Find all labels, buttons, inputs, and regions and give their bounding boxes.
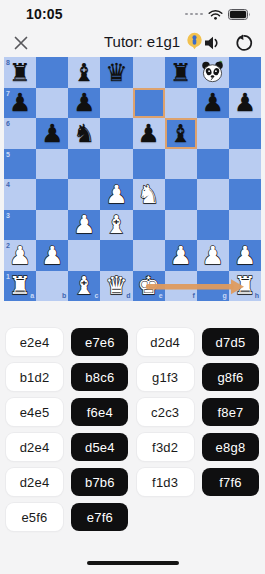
move-button-20-f7f6[interactable]: f7f6 (202, 468, 259, 496)
square-c8[interactable]: ♝ (68, 57, 100, 88)
black-pawn: ♟ (197, 88, 229, 119)
square-a2[interactable]: 2♟ (4, 240, 36, 271)
white-pawn: ♟ (229, 240, 261, 271)
square-f3[interactable] (165, 210, 197, 241)
black-bishop: ♝ (68, 57, 100, 88)
header: Tutor: e1g1 (0, 28, 265, 58)
square-c7[interactable]: ♟ (68, 88, 100, 119)
black-king-panda (197, 57, 229, 88)
square-d3[interactable]: ♝ (100, 210, 132, 241)
move-button-11-c2c3[interactable]: c2c3 (137, 398, 194, 426)
white-pawn: ♟ (36, 240, 68, 271)
square-h1[interactable]: h♜ (229, 271, 261, 302)
square-g4[interactable] (197, 179, 229, 210)
black-knight: ♞ (68, 118, 100, 149)
square-a6[interactable]: 6 (4, 118, 36, 149)
square-h2[interactable]: ♟ (229, 240, 261, 271)
rank-label-1: 1 (6, 273, 10, 280)
rank-label-2: 2 (6, 242, 10, 249)
square-c6[interactable]: ♞ (68, 118, 100, 149)
white-bishop: ♝ (100, 210, 132, 241)
black-pawn: ♟ (133, 118, 165, 149)
square-c4[interactable] (68, 179, 100, 210)
square-d8[interactable]: ♛ (100, 57, 132, 88)
square-h4[interactable] (229, 179, 261, 210)
square-b5[interactable] (36, 149, 68, 180)
square-a1[interactable]: 1a♜ (4, 271, 36, 302)
move-button-22-e7f6[interactable]: e7f6 (71, 503, 128, 531)
square-g8[interactable] (197, 57, 229, 88)
black-bishop: ♝ (165, 118, 197, 149)
black-queen: ♛ (100, 57, 132, 88)
square-a5[interactable]: 5 (4, 149, 36, 180)
square-a7[interactable]: 7♟ (4, 88, 36, 119)
file-label-d: d (126, 292, 130, 299)
move-button-17-d2e4[interactable]: d2e4 (6, 468, 63, 496)
speaker-icon[interactable] (203, 34, 221, 52)
tutor-move-title: Tutor: e1g1 (104, 33, 180, 50)
square-d4[interactable]: ♟ (100, 179, 132, 210)
square-c3[interactable]: ♟ (68, 210, 100, 241)
white-pawn: ♟ (197, 240, 229, 271)
square-b8[interactable] (36, 57, 68, 88)
square-b1[interactable]: b (36, 271, 68, 302)
square-g2[interactable]: ♟ (197, 240, 229, 271)
wifi-icon (208, 9, 223, 20)
square-c1[interactable]: c♝ (68, 271, 100, 302)
black-pawn: ♟ (36, 118, 68, 149)
move-button-5-b1d2[interactable]: b1d2 (6, 363, 63, 391)
rank-label-4: 4 (6, 181, 10, 188)
move-button-12-f8e7[interactable]: f8e7 (202, 398, 259, 426)
square-d7[interactable] (100, 88, 132, 119)
square-c5[interactable] (68, 149, 100, 180)
status-bar: 10:05 (0, 0, 265, 28)
square-e7[interactable] (133, 88, 165, 119)
square-h7[interactable]: ♟ (229, 88, 261, 119)
square-f5[interactable] (165, 149, 197, 180)
rank-label-8: 8 (6, 59, 10, 66)
move-button-8-g8f6[interactable]: g8f6 (202, 363, 259, 391)
rank-label-6: 6 (6, 120, 10, 127)
square-d1[interactable]: d♛ (100, 271, 132, 302)
square-h6[interactable] (229, 118, 261, 149)
home-indicator[interactable] (87, 561, 179, 566)
square-e4[interactable]: ♞ (133, 179, 165, 210)
square-h3[interactable] (229, 210, 261, 241)
square-b6[interactable]: ♟ (36, 118, 68, 149)
rank-label-3: 3 (6, 212, 10, 219)
square-b7[interactable] (36, 88, 68, 119)
move-button-2-e7e6[interactable]: e7e6 (71, 328, 128, 356)
file-label-a: a (30, 292, 34, 299)
rank-label-7: 7 (6, 90, 10, 97)
white-pawn: ♟ (68, 210, 100, 241)
move-button-21-e5f6[interactable]: e5f6 (6, 503, 63, 531)
white-pawn: ♟ (100, 179, 132, 210)
move-list: e2e4e7e6d2d4d7d5b1d2b8c6g1f3g8f6e4e5f6e4… (6, 328, 259, 531)
square-a3[interactable]: 3 (4, 210, 36, 241)
file-label-h: h (255, 292, 259, 299)
square-b2[interactable]: ♟ (36, 240, 68, 271)
square-e3[interactable] (133, 210, 165, 241)
square-g1[interactable]: g (197, 271, 229, 302)
square-a8[interactable]: 8♜ (4, 57, 36, 88)
white-knight: ♞ (133, 179, 165, 210)
close-icon[interactable] (13, 35, 29, 51)
square-f6[interactable]: ♝ (165, 118, 197, 149)
move-button-14-d5e4[interactable]: d5e4 (71, 433, 128, 461)
file-label-c: c (94, 292, 98, 299)
square-g6[interactable] (197, 118, 229, 149)
move-button-15-f3d2[interactable]: f3d2 (137, 433, 194, 461)
square-h5[interactable] (229, 149, 261, 180)
move-button-7-g1f3[interactable]: g1f3 (137, 363, 194, 391)
square-g7[interactable]: ♟ (197, 88, 229, 119)
black-pawn: ♟ (229, 88, 261, 119)
square-d5[interactable] (100, 149, 132, 180)
square-f4[interactable] (165, 179, 197, 210)
black-pawn: ♟ (68, 88, 100, 119)
tutor-badge-icon[interactable] (186, 32, 203, 50)
square-e6[interactable]: ♟ (133, 118, 165, 149)
square-b3[interactable] (36, 210, 68, 241)
file-label-e: e (159, 292, 163, 299)
clock-time: 10:05 (26, 6, 63, 22)
square-f8[interactable]: ♜ (165, 57, 197, 88)
move-button-6-b8c6[interactable]: b8c6 (71, 363, 128, 391)
square-f7[interactable] (165, 88, 197, 119)
move-button-18-b7b6[interactable]: b7b6 (71, 468, 128, 496)
square-e5[interactable] (133, 149, 165, 180)
square-f2[interactable]: ♟ (165, 240, 197, 271)
square-f1[interactable]: f (165, 271, 197, 302)
square-g5[interactable] (197, 149, 229, 180)
square-c2[interactable] (68, 240, 100, 271)
move-button-9-e4e5[interactable]: e4e5 (6, 398, 63, 426)
move-button-4-d7d5[interactable]: d7d5 (202, 328, 259, 356)
file-label-g: g (223, 292, 227, 299)
move-button-19-f1d3[interactable]: f1d3 (137, 468, 194, 496)
square-b4[interactable] (36, 179, 68, 210)
square-d2[interactable] (100, 240, 132, 271)
black-rook: ♜ (165, 57, 197, 88)
battery-icon (228, 9, 251, 20)
square-e8[interactable] (133, 57, 165, 88)
move-button-13-d2e4[interactable]: d2e4 (6, 433, 63, 461)
chess-board: 8♜♝♛♜ 7♟♟♟♟6♟♞♟♝54♟♞3♟♝2♟♟♟♟♟1a♜bc♝d♛e♚f… (4, 57, 261, 301)
cellular-signal-icon (185, 13, 203, 16)
square-g3[interactable] (197, 210, 229, 241)
reset-icon[interactable] (235, 34, 253, 52)
move-button-16-e8g8[interactable]: e8g8 (202, 433, 259, 461)
move-button-10-f6e4[interactable]: f6e4 (71, 398, 128, 426)
move-button-3-d2d4[interactable]: d2d4 (137, 328, 194, 356)
square-a4[interactable]: 4 (4, 179, 36, 210)
square-e2[interactable] (133, 240, 165, 271)
rank-label-5: 5 (6, 151, 10, 158)
square-e1[interactable]: e♚ (133, 271, 165, 302)
file-label-f: f (192, 292, 194, 299)
white-pawn: ♟ (165, 240, 197, 271)
move-button-1-e2e4[interactable]: e2e4 (6, 328, 63, 356)
square-h8[interactable] (229, 57, 261, 88)
square-d6[interactable] (100, 118, 132, 149)
file-label-b: b (62, 292, 66, 299)
